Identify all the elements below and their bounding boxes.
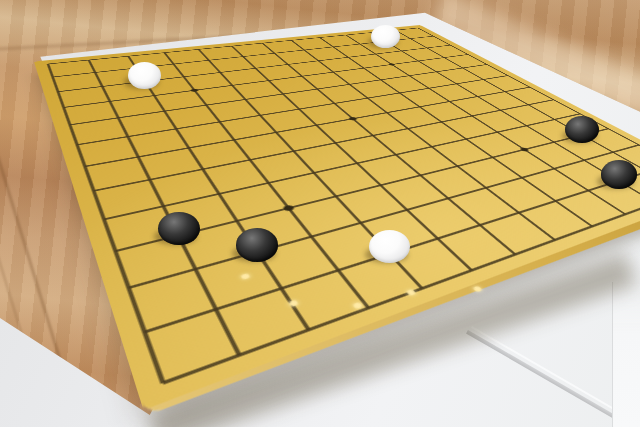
grid-line-h-6: [77, 75, 508, 145]
grid-line-h-7: [85, 87, 531, 167]
grid-line-h-5: [70, 64, 488, 125]
wall-edge: [612, 282, 640, 427]
grid-line-h-8: [94, 100, 555, 192]
board-sparkle: [240, 273, 250, 280]
star-point: [190, 89, 199, 92]
go-board-photo: [0, 0, 640, 427]
